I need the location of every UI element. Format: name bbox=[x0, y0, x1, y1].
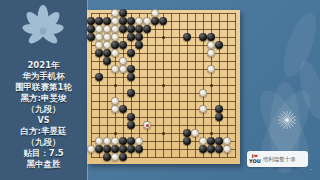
black-stone bbox=[215, 41, 223, 49]
white-stone bbox=[111, 49, 119, 57]
starburst-flower-icon bbox=[278, 111, 296, 129]
star-point bbox=[114, 84, 117, 87]
black-stone bbox=[215, 105, 223, 113]
black-stone bbox=[135, 145, 143, 153]
match-info-text: 2021年华为手机杯围甲联赛第1轮黑方:申旻埈（九段）VS白方:芈昱廷（九段）贴… bbox=[0, 60, 87, 170]
grid-line-vertical bbox=[171, 13, 172, 158]
white-stone bbox=[119, 65, 127, 73]
black-stone bbox=[119, 17, 127, 25]
match-info-line: （九段） bbox=[0, 137, 87, 148]
flower-emblem-icon bbox=[8, 4, 78, 58]
watermark-tail: 、 bbox=[309, 163, 315, 172]
grid-line-horizontal bbox=[91, 125, 236, 126]
black-stone bbox=[95, 145, 103, 153]
match-info-line: 黑方:申旻埈 bbox=[0, 93, 87, 104]
match-info-line: （九段） bbox=[0, 104, 87, 115]
black-stone bbox=[127, 89, 135, 97]
white-stone bbox=[135, 137, 143, 145]
black-stone bbox=[215, 113, 223, 121]
black-stone bbox=[111, 145, 119, 153]
white-stone bbox=[103, 41, 111, 49]
black-stone bbox=[159, 17, 167, 25]
go-board bbox=[87, 10, 240, 164]
black-stone bbox=[127, 137, 135, 145]
watermark-text: 培利霞签十录 bbox=[263, 156, 296, 163]
match-info-line: VS bbox=[0, 115, 87, 126]
white-stone bbox=[151, 9, 159, 17]
black-stone bbox=[95, 49, 103, 57]
black-stone bbox=[127, 49, 135, 57]
black-stone bbox=[207, 137, 215, 145]
black-stone bbox=[183, 137, 191, 145]
match-info-line: 2021年 bbox=[0, 60, 87, 71]
white-stone bbox=[199, 137, 207, 145]
black-stone bbox=[207, 145, 215, 153]
black-stone bbox=[119, 25, 127, 33]
white-stone bbox=[207, 65, 215, 73]
channel-watermark: I❤ YOU 培利霞签十录 bbox=[247, 151, 308, 167]
white-stone bbox=[111, 33, 119, 41]
black-stone bbox=[103, 57, 111, 65]
iheartyou-logo: I❤ YOU bbox=[249, 154, 261, 164]
black-stone bbox=[127, 113, 135, 121]
black-stone bbox=[95, 73, 103, 81]
white-stone bbox=[111, 153, 119, 161]
black-stone bbox=[87, 17, 95, 25]
black-stone bbox=[87, 25, 95, 33]
black-stone bbox=[127, 121, 135, 129]
black-stone bbox=[103, 17, 111, 25]
white-stone bbox=[207, 49, 215, 57]
black-stone bbox=[119, 41, 127, 49]
black-stone bbox=[127, 73, 135, 81]
black-stone bbox=[103, 153, 111, 161]
white-stone bbox=[143, 17, 151, 25]
match-info-line: 白方:芈昱廷 bbox=[0, 126, 87, 137]
last-move-marker bbox=[146, 124, 149, 127]
white-stone bbox=[111, 97, 119, 105]
logo-bottom-text: YOU bbox=[249, 159, 261, 164]
star-point bbox=[114, 132, 117, 135]
black-stone bbox=[119, 105, 127, 113]
white-stone bbox=[199, 89, 207, 97]
white-stone bbox=[223, 137, 231, 145]
black-stone bbox=[127, 17, 135, 25]
match-info-line: 华为手机杯 bbox=[0, 71, 87, 82]
black-stone bbox=[215, 145, 223, 153]
white-stone bbox=[111, 65, 119, 73]
white-stone bbox=[191, 129, 199, 137]
match-info-panel: 2021年华为手机杯围甲联赛第1轮黑方:申旻埈（九段）VS白方:芈昱廷（九段）贴… bbox=[0, 0, 88, 180]
black-stone bbox=[127, 65, 135, 73]
black-stone bbox=[87, 33, 95, 41]
star-point bbox=[210, 132, 213, 135]
white-stone bbox=[111, 137, 119, 145]
white-stone bbox=[95, 25, 103, 33]
white-stone bbox=[95, 33, 103, 41]
white-stone bbox=[103, 33, 111, 41]
black-stone bbox=[135, 25, 143, 33]
white-stone bbox=[143, 121, 151, 129]
white-stone bbox=[111, 17, 119, 25]
white-stone bbox=[111, 9, 119, 17]
grid-line-vertical bbox=[179, 13, 180, 158]
black-stone bbox=[103, 145, 111, 153]
black-stone bbox=[199, 33, 207, 41]
black-stone bbox=[215, 137, 223, 145]
star-point bbox=[162, 36, 165, 39]
white-stone bbox=[223, 145, 231, 153]
star-point bbox=[162, 132, 165, 135]
white-stone bbox=[199, 105, 207, 113]
black-stone bbox=[127, 25, 135, 33]
black-stone bbox=[199, 145, 207, 153]
star-point bbox=[210, 84, 213, 87]
black-stone bbox=[95, 17, 103, 25]
white-stone bbox=[87, 145, 95, 153]
white-stone bbox=[95, 41, 103, 49]
white-stone bbox=[95, 137, 103, 145]
star-point bbox=[162, 84, 165, 87]
grid-line-horizontal bbox=[91, 93, 236, 94]
white-stone bbox=[103, 25, 111, 33]
black-stone bbox=[143, 25, 151, 33]
black-stone bbox=[119, 137, 127, 145]
white-stone bbox=[119, 57, 127, 65]
white-stone bbox=[111, 105, 119, 113]
black-stone bbox=[207, 33, 215, 41]
black-stone bbox=[119, 153, 127, 161]
thumbnail-stage: 2021年华为手机杯围甲联赛第1轮黑方:申旻埈（九段）VS白方:芈昱廷（九段）贴… bbox=[0, 0, 320, 180]
match-info-line: 贴目：7.5 bbox=[0, 148, 87, 159]
white-stone bbox=[135, 17, 143, 25]
black-stone bbox=[151, 17, 159, 25]
black-stone bbox=[111, 41, 119, 49]
white-stone bbox=[103, 137, 111, 145]
black-stone bbox=[127, 145, 135, 153]
match-info-line: 黑中盘胜 bbox=[0, 159, 87, 170]
black-stone bbox=[127, 33, 135, 41]
black-stone bbox=[103, 49, 111, 57]
white-stone bbox=[111, 25, 119, 33]
black-stone bbox=[183, 129, 191, 137]
black-stone bbox=[119, 145, 127, 153]
black-stone bbox=[135, 41, 143, 49]
white-stone bbox=[207, 41, 215, 49]
black-stone bbox=[183, 33, 191, 41]
black-stone bbox=[119, 9, 127, 17]
match-info-line: 围甲联赛第1轮 bbox=[0, 82, 87, 93]
black-stone bbox=[135, 33, 143, 41]
grid-line-vertical bbox=[235, 13, 236, 158]
